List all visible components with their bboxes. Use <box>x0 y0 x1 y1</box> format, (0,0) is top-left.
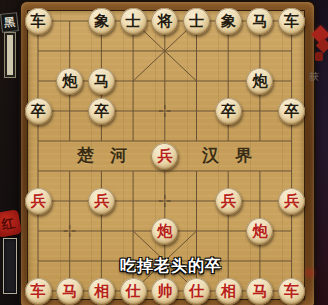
xiangqi-piece-炮[interactable]: 炮 <box>246 68 273 95</box>
xiangqi-piece-士[interactable]: 士 <box>120 8 147 35</box>
xiangqi-piece-兵[interactable]: 兵 <box>88 188 115 215</box>
xiangqi-piece-炮[interactable]: 炮 <box>151 218 178 245</box>
xiangqi-piece-马[interactable]: 马 <box>56 278 83 305</box>
xiangqi-piece-兵[interactable]: 兵 <box>25 188 52 215</box>
xiangqi-piece-象[interactable]: 象 <box>215 8 242 35</box>
red-player-banner <box>3 238 17 294</box>
xiangqi-piece-兵[interactable]: 兵 <box>215 188 242 215</box>
xiangqi-piece-车[interactable]: 车 <box>25 8 52 35</box>
game-screen: 楚河 汉界 车象士将士象马车炮马炮卒卒卒卒兵兵兵兵兵炮炮车马相仕帅仕相马车 黑 … <box>0 0 328 305</box>
xiangqi-piece-将[interactable]: 将 <box>151 8 178 35</box>
xiangqi-piece-马[interactable]: 马 <box>246 8 273 35</box>
xiangqi-piece-车[interactable]: 车 <box>278 278 305 305</box>
xiangqi-piece-车[interactable]: 车 <box>278 8 305 35</box>
xiangqi-piece-卒[interactable]: 卒 <box>25 98 52 125</box>
xiangqi-piece-仕[interactable]: 仕 <box>183 278 210 305</box>
chinese-knot-ornament <box>306 26 328 62</box>
xiangqi-piece-帅[interactable]: 帅 <box>151 278 178 305</box>
xiangqi-piece-卒[interactable]: 卒 <box>215 98 242 125</box>
xiangqi-piece-卒[interactable]: 卒 <box>278 98 305 125</box>
xiangqi-piece-马[interactable]: 马 <box>246 278 273 305</box>
xiangqi-piece-炮[interactable]: 炮 <box>56 68 83 95</box>
red-glow-decoration <box>302 266 318 280</box>
black-player-banner <box>4 32 16 78</box>
red-player-plaque: 红 <box>0 209 22 238</box>
black-player-plaque: 黑 <box>0 12 19 33</box>
river-label-left: 楚河 <box>77 145 143 165</box>
xiangqi-piece-马[interactable]: 马 <box>88 68 115 95</box>
river-label-right: 汉界 <box>202 145 268 165</box>
xiangqi-piece-兵[interactable]: 兵 <box>151 143 178 170</box>
commentary-caption: 吃掉老头的卒 <box>120 256 222 277</box>
right-edge-character: 获 <box>309 70 319 84</box>
xiangqi-piece-士[interactable]: 士 <box>183 8 210 35</box>
xiangqi-piece-相[interactable]: 相 <box>215 278 242 305</box>
xiangqi-piece-炮[interactable]: 炮 <box>246 218 273 245</box>
xiangqi-piece-仕[interactable]: 仕 <box>120 278 147 305</box>
xiangqi-piece-兵[interactable]: 兵 <box>278 188 305 215</box>
xiangqi-piece-象[interactable]: 象 <box>88 8 115 35</box>
xiangqi-piece-车[interactable]: 车 <box>25 278 52 305</box>
xiangqi-piece-相[interactable]: 相 <box>88 278 115 305</box>
xiangqi-piece-卒[interactable]: 卒 <box>88 98 115 125</box>
